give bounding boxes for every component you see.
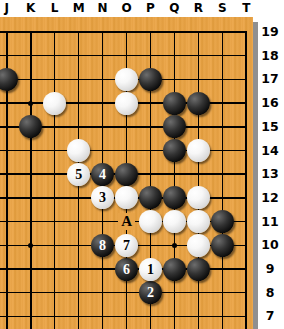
grid-line-col-S	[222, 31, 224, 329]
stone-white-o10[interactable]: 7	[115, 234, 138, 257]
stone-black-q16[interactable]	[163, 92, 186, 115]
stone-white-r10[interactable]	[187, 234, 210, 257]
stone-black-q14[interactable]	[163, 139, 186, 162]
grid-line-col-Q	[174, 31, 176, 329]
stone-white-o16[interactable]	[115, 92, 138, 115]
stone-white-q11[interactable]	[163, 210, 186, 233]
row-label-13: 13	[258, 166, 282, 181]
stone-white-m13[interactable]: 5	[67, 163, 90, 186]
stone-black-s11[interactable]	[211, 210, 234, 233]
grid-line-row-7	[0, 316, 247, 318]
grid-line-row-8	[0, 292, 247, 294]
col-label-o: O	[117, 1, 137, 15]
col-label-p: P	[141, 1, 161, 15]
col-label-l: L	[45, 1, 65, 15]
row-label-11: 11	[258, 214, 282, 229]
label-a-o11: A	[118, 213, 135, 230]
row-label-18: 18	[258, 48, 282, 63]
stone-black-o13[interactable]	[115, 163, 138, 186]
row-label-17: 17	[258, 71, 282, 86]
stone-black-r16[interactable]	[187, 92, 210, 115]
col-label-j: J	[0, 1, 17, 15]
row-label-8: 8	[258, 285, 282, 300]
col-label-r: R	[188, 1, 208, 15]
col-label-s: S	[212, 1, 232, 15]
row-label-10: 10	[258, 237, 282, 252]
stone-black-q9[interactable]	[163, 258, 186, 281]
stone-black-s10[interactable]	[211, 234, 234, 257]
grid-line-col-R	[198, 31, 200, 329]
stone-black-n10[interactable]: 8	[91, 234, 114, 257]
row-label-15: 15	[258, 119, 282, 134]
grid-line-row-18	[0, 55, 247, 57]
stone-white-m14[interactable]	[67, 139, 90, 162]
grid-line-col-T	[245, 31, 247, 329]
stone-black-r9[interactable]	[187, 258, 210, 281]
col-label-q: Q	[164, 1, 184, 15]
stone-white-o17[interactable]	[115, 68, 138, 91]
col-label-k: K	[21, 1, 41, 15]
stone-white-r14[interactable]	[187, 139, 210, 162]
stone-black-p17[interactable]	[139, 68, 162, 91]
row-label-19: 19	[258, 24, 282, 39]
grid-line-row-14	[0, 150, 247, 152]
star-point-q10	[172, 243, 177, 248]
go-board-diagram: 48625371 A JKLMNOPQRST 19181716151413121…	[0, 0, 284, 329]
row-label-12: 12	[258, 190, 282, 205]
row-label-7: 7	[258, 308, 282, 323]
col-label-t: T	[236, 1, 256, 15]
grid-line-col-L	[54, 31, 56, 329]
col-label-m: M	[69, 1, 89, 15]
grid-line-row-19	[0, 31, 247, 33]
stone-white-p9[interactable]: 1	[139, 258, 162, 281]
grid-line-col-K	[30, 31, 32, 329]
stone-black-n13[interactable]: 4	[91, 163, 114, 186]
stone-black-o9[interactable]: 6	[115, 258, 138, 281]
stone-white-p11[interactable]	[139, 210, 162, 233]
stone-white-l16[interactable]	[43, 92, 66, 115]
row-label-16: 16	[258, 95, 282, 110]
star-point-k16	[28, 101, 33, 106]
col-label-n: N	[93, 1, 113, 15]
row-label-9: 9	[258, 261, 282, 276]
stone-white-r11[interactable]	[187, 210, 210, 233]
row-label-14: 14	[258, 143, 282, 158]
